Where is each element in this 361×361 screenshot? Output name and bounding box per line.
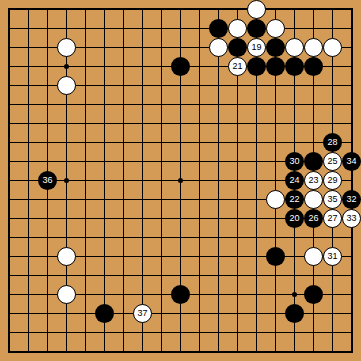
empty-point[interactable]	[0, 285, 19, 304]
empty-point[interactable]	[38, 342, 57, 361]
stone-white-29[interactable]: 29	[323, 171, 342, 190]
empty-point[interactable]	[247, 190, 266, 209]
board-point[interactable]	[304, 38, 323, 57]
empty-point[interactable]	[95, 190, 114, 209]
empty-point[interactable]	[171, 247, 190, 266]
empty-point[interactable]	[19, 190, 38, 209]
stone-black-28[interactable]: 28	[323, 133, 342, 152]
stone-black-36[interactable]: 36	[38, 171, 57, 190]
empty-point[interactable]	[171, 114, 190, 133]
empty-point[interactable]	[19, 0, 38, 19]
board-point[interactable]	[247, 0, 266, 19]
empty-point[interactable]	[57, 57, 76, 76]
empty-point[interactable]	[57, 114, 76, 133]
empty-point[interactable]	[247, 114, 266, 133]
empty-point[interactable]	[304, 133, 323, 152]
empty-point[interactable]	[95, 0, 114, 19]
empty-point[interactable]	[133, 171, 152, 190]
stone-black[interactable]	[304, 57, 323, 76]
empty-point[interactable]	[323, 114, 342, 133]
empty-point[interactable]	[323, 0, 342, 19]
board-point[interactable]	[285, 38, 304, 57]
empty-point[interactable]	[209, 57, 228, 76]
empty-point[interactable]	[285, 247, 304, 266]
empty-point[interactable]	[304, 323, 323, 342]
empty-point[interactable]	[38, 57, 57, 76]
empty-point[interactable]	[38, 114, 57, 133]
empty-point[interactable]	[266, 0, 285, 19]
empty-point[interactable]	[19, 19, 38, 38]
empty-point[interactable]	[95, 171, 114, 190]
empty-point[interactable]	[76, 95, 95, 114]
stone-black[interactable]	[285, 57, 304, 76]
empty-point[interactable]	[266, 152, 285, 171]
empty-point[interactable]	[0, 57, 19, 76]
empty-point[interactable]	[38, 19, 57, 38]
empty-point[interactable]	[190, 114, 209, 133]
empty-point[interactable]	[114, 152, 133, 171]
empty-point[interactable]	[285, 0, 304, 19]
board-point[interactable]: 19	[247, 38, 266, 57]
board-point[interactable]	[57, 38, 76, 57]
empty-point[interactable]	[114, 57, 133, 76]
empty-point[interactable]	[342, 114, 361, 133]
stone-white-31[interactable]: 31	[323, 247, 342, 266]
empty-point[interactable]	[0, 266, 19, 285]
empty-point[interactable]	[38, 190, 57, 209]
empty-point[interactable]	[209, 247, 228, 266]
board-point[interactable]: 24	[285, 171, 304, 190]
board-point[interactable]: 31	[323, 247, 342, 266]
empty-point[interactable]	[95, 209, 114, 228]
empty-point[interactable]	[152, 323, 171, 342]
stone-black-34[interactable]: 34	[342, 152, 361, 171]
empty-point[interactable]	[19, 133, 38, 152]
empty-point[interactable]	[19, 38, 38, 57]
empty-point[interactable]	[152, 228, 171, 247]
empty-point[interactable]	[133, 266, 152, 285]
empty-point[interactable]	[228, 133, 247, 152]
empty-point[interactable]	[57, 304, 76, 323]
empty-point[interactable]	[152, 95, 171, 114]
empty-point[interactable]	[342, 76, 361, 95]
empty-point[interactable]	[76, 57, 95, 76]
empty-point[interactable]	[38, 95, 57, 114]
empty-point[interactable]	[152, 285, 171, 304]
empty-point[interactable]	[133, 323, 152, 342]
board-point[interactable]: 23	[304, 171, 323, 190]
empty-point[interactable]	[342, 304, 361, 323]
empty-point[interactable]	[209, 285, 228, 304]
empty-point[interactable]	[38, 304, 57, 323]
stone-black[interactable]	[285, 304, 304, 323]
stone-white-25[interactable]: 25	[323, 152, 342, 171]
stone-white[interactable]	[304, 190, 323, 209]
empty-point[interactable]	[304, 228, 323, 247]
empty-point[interactable]	[76, 114, 95, 133]
stone-white[interactable]	[266, 190, 285, 209]
empty-point[interactable]	[228, 228, 247, 247]
empty-point[interactable]	[304, 19, 323, 38]
empty-point[interactable]	[114, 285, 133, 304]
empty-point[interactable]	[171, 323, 190, 342]
board-point[interactable]: 30	[285, 152, 304, 171]
empty-point[interactable]	[57, 171, 76, 190]
empty-point[interactable]	[0, 304, 19, 323]
board-point[interactable]	[95, 304, 114, 323]
empty-point[interactable]	[323, 57, 342, 76]
empty-point[interactable]	[114, 342, 133, 361]
stone-white[interactable]	[57, 247, 76, 266]
board-point[interactable]	[57, 247, 76, 266]
empty-point[interactable]	[209, 76, 228, 95]
stone-white-27[interactable]: 27	[323, 209, 342, 228]
board-point[interactable]: 22	[285, 190, 304, 209]
empty-point[interactable]	[95, 133, 114, 152]
empty-point[interactable]	[95, 57, 114, 76]
empty-point[interactable]	[171, 228, 190, 247]
empty-point[interactable]	[266, 304, 285, 323]
stone-black-30[interactable]: 30	[285, 152, 304, 171]
empty-point[interactable]	[38, 0, 57, 19]
empty-point[interactable]	[190, 228, 209, 247]
empty-point[interactable]	[209, 323, 228, 342]
empty-point[interactable]	[190, 95, 209, 114]
empty-point[interactable]	[95, 19, 114, 38]
board-point[interactable]	[304, 152, 323, 171]
empty-point[interactable]	[228, 304, 247, 323]
empty-point[interactable]	[171, 19, 190, 38]
empty-point[interactable]	[190, 171, 209, 190]
stone-white[interactable]	[323, 38, 342, 57]
empty-point[interactable]	[0, 76, 19, 95]
stone-white[interactable]	[57, 285, 76, 304]
empty-point[interactable]	[247, 247, 266, 266]
stone-white[interactable]	[57, 76, 76, 95]
empty-point[interactable]	[57, 152, 76, 171]
stone-white-19[interactable]: 19	[247, 38, 266, 57]
empty-point[interactable]	[285, 19, 304, 38]
empty-point[interactable]	[342, 133, 361, 152]
empty-point[interactable]	[133, 0, 152, 19]
empty-point[interactable]	[285, 266, 304, 285]
board-point[interactable]	[304, 57, 323, 76]
empty-point[interactable]	[0, 247, 19, 266]
empty-point[interactable]	[38, 76, 57, 95]
stone-black-20[interactable]: 20	[285, 209, 304, 228]
empty-point[interactable]	[209, 342, 228, 361]
empty-point[interactable]	[76, 342, 95, 361]
board-point[interactable]: 37	[133, 304, 152, 323]
empty-point[interactable]	[228, 247, 247, 266]
empty-point[interactable]	[76, 0, 95, 19]
empty-point[interactable]	[266, 209, 285, 228]
empty-point[interactable]	[304, 114, 323, 133]
empty-point[interactable]	[228, 266, 247, 285]
empty-point[interactable]	[285, 95, 304, 114]
stone-black[interactable]	[95, 304, 114, 323]
stone-black-22[interactable]: 22	[285, 190, 304, 209]
empty-point[interactable]	[342, 285, 361, 304]
empty-point[interactable]	[76, 209, 95, 228]
empty-point[interactable]	[133, 76, 152, 95]
empty-point[interactable]	[266, 323, 285, 342]
empty-point[interactable]	[95, 228, 114, 247]
empty-point[interactable]	[171, 152, 190, 171]
empty-point[interactable]	[323, 228, 342, 247]
board-point[interactable]	[285, 304, 304, 323]
stone-white[interactable]	[285, 38, 304, 57]
empty-point[interactable]	[95, 114, 114, 133]
board-point[interactable]	[266, 38, 285, 57]
stone-black-32[interactable]: 32	[342, 190, 361, 209]
empty-point[interactable]	[76, 323, 95, 342]
board-point[interactable]	[304, 285, 323, 304]
empty-point[interactable]	[190, 57, 209, 76]
empty-point[interactable]	[95, 342, 114, 361]
empty-point[interactable]	[38, 152, 57, 171]
empty-point[interactable]	[228, 114, 247, 133]
stone-black[interactable]	[209, 19, 228, 38]
empty-point[interactable]	[285, 342, 304, 361]
empty-point[interactable]	[228, 95, 247, 114]
empty-point[interactable]	[247, 209, 266, 228]
empty-point[interactable]	[266, 133, 285, 152]
empty-point[interactable]	[76, 152, 95, 171]
empty-point[interactable]	[95, 38, 114, 57]
board-point[interactable]: 26	[304, 209, 323, 228]
empty-point[interactable]	[190, 304, 209, 323]
empty-point[interactable]	[152, 171, 171, 190]
empty-point[interactable]	[152, 266, 171, 285]
empty-point[interactable]	[190, 266, 209, 285]
empty-point[interactable]	[114, 247, 133, 266]
empty-point[interactable]	[209, 95, 228, 114]
stone-white[interactable]	[304, 247, 323, 266]
empty-point[interactable]	[114, 209, 133, 228]
empty-point[interactable]	[190, 209, 209, 228]
empty-point[interactable]	[114, 95, 133, 114]
empty-point[interactable]	[95, 247, 114, 266]
empty-point[interactable]	[323, 285, 342, 304]
empty-point[interactable]	[0, 323, 19, 342]
empty-point[interactable]	[247, 95, 266, 114]
empty-point[interactable]	[0, 114, 19, 133]
empty-point[interactable]	[0, 0, 19, 19]
empty-point[interactable]	[57, 323, 76, 342]
empty-point[interactable]	[323, 342, 342, 361]
board-point[interactable]	[266, 247, 285, 266]
empty-point[interactable]	[228, 285, 247, 304]
stone-black[interactable]	[171, 57, 190, 76]
empty-point[interactable]	[19, 57, 38, 76]
empty-point[interactable]	[266, 342, 285, 361]
board-point[interactable]: 20	[285, 209, 304, 228]
stone-black[interactable]	[228, 38, 247, 57]
empty-point[interactable]	[19, 342, 38, 361]
empty-point[interactable]	[247, 285, 266, 304]
empty-point[interactable]	[190, 19, 209, 38]
empty-point[interactable]	[19, 209, 38, 228]
stone-white[interactable]	[304, 38, 323, 57]
board-point[interactable]: 27	[323, 209, 342, 228]
empty-point[interactable]	[133, 209, 152, 228]
empty-point[interactable]	[190, 190, 209, 209]
stone-white[interactable]	[228, 19, 247, 38]
empty-point[interactable]	[152, 342, 171, 361]
board-point[interactable]	[323, 38, 342, 57]
stone-white-23[interactable]: 23	[304, 171, 323, 190]
stone-white-33[interactable]: 33	[342, 209, 361, 228]
empty-point[interactable]	[133, 95, 152, 114]
empty-point[interactable]	[76, 247, 95, 266]
empty-point[interactable]	[228, 171, 247, 190]
empty-point[interactable]	[171, 95, 190, 114]
stone-black[interactable]	[171, 285, 190, 304]
empty-point[interactable]	[152, 133, 171, 152]
empty-point[interactable]	[228, 152, 247, 171]
empty-point[interactable]	[228, 323, 247, 342]
empty-point[interactable]	[19, 228, 38, 247]
empty-point[interactable]	[76, 285, 95, 304]
empty-point[interactable]	[228, 190, 247, 209]
empty-point[interactable]	[19, 285, 38, 304]
empty-point[interactable]	[228, 76, 247, 95]
board-point[interactable]	[304, 190, 323, 209]
empty-point[interactable]	[304, 76, 323, 95]
empty-point[interactable]	[19, 76, 38, 95]
board-point[interactable]: 21	[228, 57, 247, 76]
board-point[interactable]	[171, 285, 190, 304]
board-point[interactable]	[57, 285, 76, 304]
empty-point[interactable]	[57, 19, 76, 38]
stone-black[interactable]	[247, 19, 266, 38]
empty-point[interactable]	[247, 266, 266, 285]
empty-point[interactable]	[190, 342, 209, 361]
empty-point[interactable]	[209, 190, 228, 209]
empty-point[interactable]	[247, 133, 266, 152]
empty-point[interactable]	[133, 133, 152, 152]
empty-point[interactable]	[76, 190, 95, 209]
empty-point[interactable]	[323, 304, 342, 323]
empty-point[interactable]	[38, 38, 57, 57]
board-point[interactable]: 35	[323, 190, 342, 209]
empty-point[interactable]	[19, 152, 38, 171]
empty-point[interactable]	[114, 266, 133, 285]
empty-point[interactable]	[0, 38, 19, 57]
empty-point[interactable]	[133, 190, 152, 209]
empty-point[interactable]	[57, 209, 76, 228]
empty-point[interactable]	[152, 247, 171, 266]
board-point[interactable]	[285, 57, 304, 76]
empty-point[interactable]	[285, 76, 304, 95]
empty-point[interactable]	[228, 0, 247, 19]
empty-point[interactable]	[133, 114, 152, 133]
stone-black[interactable]	[247, 57, 266, 76]
empty-point[interactable]	[0, 171, 19, 190]
empty-point[interactable]	[171, 0, 190, 19]
empty-point[interactable]	[266, 285, 285, 304]
empty-point[interactable]	[323, 19, 342, 38]
empty-point[interactable]	[152, 0, 171, 19]
empty-point[interactable]	[95, 95, 114, 114]
empty-point[interactable]	[95, 152, 114, 171]
empty-point[interactable]	[76, 266, 95, 285]
empty-point[interactable]	[304, 304, 323, 323]
empty-point[interactable]	[0, 209, 19, 228]
empty-point[interactable]	[323, 95, 342, 114]
empty-point[interactable]	[152, 114, 171, 133]
stone-black[interactable]	[266, 247, 285, 266]
empty-point[interactable]	[114, 171, 133, 190]
board-point[interactable]	[171, 57, 190, 76]
empty-point[interactable]	[0, 152, 19, 171]
empty-point[interactable]	[114, 304, 133, 323]
stone-white[interactable]	[247, 0, 266, 19]
empty-point[interactable]	[133, 247, 152, 266]
empty-point[interactable]	[0, 133, 19, 152]
empty-point[interactable]	[0, 228, 19, 247]
empty-point[interactable]	[285, 285, 304, 304]
empty-point[interactable]	[133, 38, 152, 57]
stone-white-37[interactable]: 37	[133, 304, 152, 323]
empty-point[interactable]	[38, 209, 57, 228]
stone-black[interactable]	[266, 38, 285, 57]
empty-point[interactable]	[171, 190, 190, 209]
empty-point[interactable]	[190, 0, 209, 19]
board-point[interactable]	[247, 19, 266, 38]
empty-point[interactable]	[95, 285, 114, 304]
empty-point[interactable]	[0, 95, 19, 114]
empty-point[interactable]	[266, 228, 285, 247]
empty-point[interactable]	[114, 323, 133, 342]
board-point[interactable]	[247, 57, 266, 76]
stone-black[interactable]	[304, 285, 323, 304]
empty-point[interactable]	[152, 209, 171, 228]
empty-point[interactable]	[95, 323, 114, 342]
board-point[interactable]	[266, 19, 285, 38]
stone-white[interactable]	[57, 38, 76, 57]
empty-point[interactable]	[209, 133, 228, 152]
empty-point[interactable]	[285, 323, 304, 342]
board-point[interactable]: 29	[323, 171, 342, 190]
empty-point[interactable]	[285, 114, 304, 133]
board-point[interactable]	[57, 76, 76, 95]
empty-point[interactable]	[342, 342, 361, 361]
board-point[interactable]: 28	[323, 133, 342, 152]
empty-point[interactable]	[304, 95, 323, 114]
empty-point[interactable]	[190, 247, 209, 266]
empty-point[interactable]	[114, 190, 133, 209]
empty-point[interactable]	[266, 95, 285, 114]
empty-point[interactable]	[266, 171, 285, 190]
empty-point[interactable]	[76, 76, 95, 95]
empty-point[interactable]	[171, 342, 190, 361]
stone-white[interactable]	[209, 38, 228, 57]
empty-point[interactable]	[304, 342, 323, 361]
empty-point[interactable]	[266, 76, 285, 95]
empty-point[interactable]	[342, 247, 361, 266]
empty-point[interactable]	[209, 114, 228, 133]
empty-point[interactable]	[133, 19, 152, 38]
empty-point[interactable]	[57, 228, 76, 247]
empty-point[interactable]	[114, 19, 133, 38]
empty-point[interactable]	[247, 152, 266, 171]
empty-point[interactable]	[19, 247, 38, 266]
empty-point[interactable]	[152, 304, 171, 323]
stone-black-24[interactable]: 24	[285, 171, 304, 190]
stone-black-26[interactable]: 26	[304, 209, 323, 228]
